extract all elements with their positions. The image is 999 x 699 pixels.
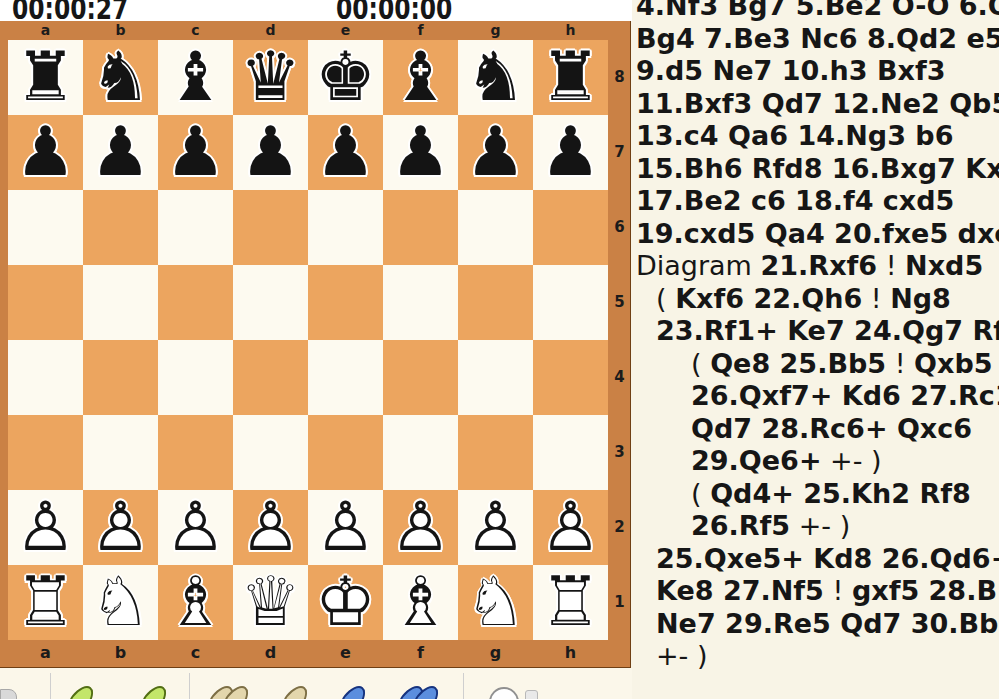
square-h4[interactable] <box>533 340 608 415</box>
rank-labels-right: 87654321 <box>608 40 631 640</box>
white-piece-fill: ♝ <box>383 565 458 640</box>
toolbar <box>0 668 632 699</box>
rank-label-5: 5 <box>608 265 631 340</box>
move-text: 17.Be2 c6 18.f4 cxd5 <box>636 185 954 216</box>
square-b8[interactable]: ♞ <box>83 40 158 115</box>
white-pawn: ♙ <box>233 490 308 565</box>
black-pawn: ♟ <box>308 115 383 190</box>
square-b1[interactable]: ♞♘ <box>83 565 158 640</box>
square-f3[interactable] <box>383 415 458 490</box>
green-back-arrow-button[interactable] <box>65 681 98 699</box>
white-piece-fill: ♟ <box>233 490 308 565</box>
file-label-b: b <box>83 640 158 667</box>
move-line[interactable]: Qd7 28.Rc6+ Qxc6 <box>636 413 999 446</box>
white-piece-fill: ♟ <box>158 490 233 565</box>
square-d3[interactable] <box>233 415 308 490</box>
white-piece-fill: ♞ <box>458 565 533 640</box>
tan-arrow-button[interactable] <box>279 681 312 699</box>
green-forward-arrow-button[interactable] <box>138 681 171 699</box>
black-rook: ♜ <box>533 40 608 115</box>
white-pawn: ♙ <box>8 490 83 565</box>
white-piece-fill: ♛ <box>233 565 308 640</box>
white-pawn: ♙ <box>83 490 158 565</box>
square-e4[interactable] <box>308 340 383 415</box>
file-label-f: f <box>383 640 458 667</box>
black-bishop: ♝ <box>383 40 458 115</box>
move-text: 13.c4 Qa6 14.Ng3 b6 <box>636 120 953 151</box>
square-b7[interactable]: ♟ <box>83 115 158 190</box>
file-label-a: a <box>8 21 83 40</box>
file-label-d: d <box>233 640 308 667</box>
move-line[interactable]: 25.Qxe5+ Kd8 26.Qd6+ <box>636 543 999 576</box>
notation-panel[interactable]: 4.Nf3 Bg7 5.Be2 O-O 6.O-OBg4 7.Be3 Nc6 8… <box>632 0 999 699</box>
move-text: Nxd5 <box>905 250 983 281</box>
move-text: 23.Rf1+ Ke7 24.Qg7 Rf8 <box>656 315 999 346</box>
move-line[interactable]: 15.Bh6 Rfd8 16.Bxg7 Kxg7 <box>636 153 999 186</box>
annotation-text: Diagram <box>636 250 761 281</box>
square-f7[interactable]: ♟ <box>383 115 458 190</box>
move-text: 15.Bh6 Rfd8 16.Bxg7 Kxg7 <box>636 153 999 184</box>
move-text: Qd4+ 25.Kh2 Rf8 <box>710 478 971 509</box>
square-a8[interactable]: ♜ <box>8 40 83 115</box>
square-h5[interactable] <box>533 265 608 340</box>
square-c5[interactable] <box>158 265 233 340</box>
white-piece-fill: ♟ <box>83 490 158 565</box>
white-piece-fill: ♝ <box>158 565 233 640</box>
black-pawn: ♟ <box>158 115 233 190</box>
square-d5[interactable] <box>233 265 308 340</box>
square-d2[interactable]: ♟♙ <box>233 490 308 565</box>
rank-label-4: 4 <box>608 340 631 415</box>
black-pawn: ♟ <box>83 115 158 190</box>
rank-label-8: 8 <box>608 40 631 115</box>
white-piece-fill: ♜ <box>8 565 83 640</box>
square-d6[interactable] <box>233 190 308 265</box>
annotation-text: ! <box>824 575 852 606</box>
white-piece-fill: ♜ <box>533 565 608 640</box>
square-b2[interactable]: ♟♙ <box>83 490 158 565</box>
annotation-text: +- ) <box>790 510 850 541</box>
move-text: 9.d5 Ne7 10.h3 Bxf3 <box>636 55 945 86</box>
black-knight: ♞ <box>83 40 158 115</box>
square-e7[interactable]: ♟ <box>308 115 383 190</box>
move-text: Kxf6 22.Qh6 <box>675 283 862 314</box>
move-text: 26.Rf5 <box>691 510 790 541</box>
square-b3[interactable] <box>83 415 158 490</box>
white-knight: ♘ <box>83 565 158 640</box>
move-text: Ne7 29.Re5 Qd7 30.Bb5 <box>656 608 999 639</box>
square-h1[interactable]: ♜♖ <box>533 565 608 640</box>
file-label-a: a <box>8 640 83 667</box>
move-line[interactable]: Diagram 21.Rxf6 ! Nxd5 <box>636 250 999 283</box>
chess-board: ♜♞♝♛♚♝♞♜♟♟♟♟♟♟♟♟♟♙♟♙♟♙♟♙♟♙♟♙♟♙♟♙♜♖♞♘♝♗♛♕… <box>8 40 608 640</box>
square-g7[interactable]: ♟ <box>458 115 533 190</box>
annotation-text: ( <box>656 283 675 314</box>
square-c2[interactable]: ♟♙ <box>158 490 233 565</box>
black-pawn: ♟ <box>383 115 458 190</box>
rank-label-6: 6 <box>608 190 631 265</box>
white-pawn: ♙ <box>458 490 533 565</box>
white-pawn: ♙ <box>383 490 458 565</box>
square-g4[interactable] <box>458 340 533 415</box>
move-line[interactable]: Ne7 29.Re5 Qd7 30.Bb5 <box>636 608 999 641</box>
square-f5[interactable] <box>383 265 458 340</box>
move-text: 19.cxd5 Qa4 20.fxe5 dxe5 <box>636 218 999 249</box>
move-line[interactable]: 9.d5 Ne7 10.h3 Bxf3 <box>636 55 999 88</box>
square-f1[interactable]: ♝♗ <box>383 565 458 640</box>
square-a6[interactable] <box>8 190 83 265</box>
square-a1[interactable]: ♜♖ <box>8 565 83 640</box>
annotation-text: ( <box>691 478 710 509</box>
white-bishop: ♗ <box>383 565 458 640</box>
square-c6[interactable] <box>158 190 233 265</box>
move-line[interactable]: ( Kxf6 22.Qh6 ! Ng8 <box>636 283 999 316</box>
square-e5[interactable] <box>308 265 383 340</box>
square-a7[interactable]: ♟ <box>8 115 83 190</box>
square-e1[interactable]: ♚♔ <box>308 565 383 640</box>
file-label-g: g <box>458 640 533 667</box>
square-h2[interactable]: ♟♙ <box>533 490 608 565</box>
white-bishop: ♗ <box>158 565 233 640</box>
file-label-g: g <box>458 21 533 40</box>
file-labels-bottom: abcdefgh <box>8 640 608 667</box>
square-h8[interactable]: ♜ <box>533 40 608 115</box>
move-line[interactable]: 11.Bxf3 Qd7 12.Ne2 Qb5 <box>636 88 999 121</box>
black-knight: ♞ <box>458 40 533 115</box>
square-e3[interactable] <box>308 415 383 490</box>
black-pawn: ♟ <box>8 115 83 190</box>
square-d1[interactable]: ♛♕ <box>233 565 308 640</box>
square-h6[interactable] <box>533 190 608 265</box>
black-queen: ♛ <box>233 40 308 115</box>
black-pawn: ♟ <box>233 115 308 190</box>
square-f8[interactable]: ♝ <box>383 40 458 115</box>
square-g1[interactable]: ♞♘ <box>458 565 533 640</box>
white-rook: ♖ <box>8 565 83 640</box>
move-line[interactable]: Ke8 27.Nf5 ! gxf5 28.B <box>636 575 999 608</box>
move-text: Bg4 7.Be3 Nc6 8.Qd2 e5 <box>636 23 999 54</box>
file-label-d: d <box>233 21 308 40</box>
move-text: Qe8 25.Bb5 <box>710 348 886 379</box>
file-label-c: c <box>158 21 233 40</box>
square-g3[interactable] <box>458 415 533 490</box>
move-line[interactable]: 17.Be2 c6 18.f4 cxd5 <box>636 185 999 218</box>
move-text: Qd7 28.Rc6+ Qxc6 <box>691 413 972 444</box>
square-d7[interactable]: ♟ <box>233 115 308 190</box>
toolbar-separator <box>50 673 51 699</box>
toolbar-separator <box>189 673 190 699</box>
file-label-h: h <box>533 21 608 40</box>
square-f6[interactable] <box>383 190 458 265</box>
white-piece-fill: ♟ <box>458 490 533 565</box>
move-line[interactable]: 29.Qe6+ +- ) <box>636 445 999 478</box>
move-line[interactable]: 19.cxd5 Qa4 20.fxe5 dxe5 <box>636 218 999 251</box>
file-labels-top: abcdefgh <box>8 21 608 40</box>
file-label-b: b <box>83 21 158 40</box>
file-label-f: f <box>383 21 458 40</box>
move-text: gxf5 28.B <box>852 575 997 606</box>
blue-arrow-button[interactable] <box>337 681 370 699</box>
black-pawn: ♟ <box>458 115 533 190</box>
move-text: 25.Qxe5+ Kd8 26.Qd6+ <box>656 543 999 574</box>
move-line[interactable]: 13.c4 Qa6 14.Ng3 b6 <box>636 120 999 153</box>
move-line[interactable]: +- ) <box>636 640 999 673</box>
square-f2[interactable]: ♟♙ <box>383 490 458 565</box>
file-label-e: e <box>308 21 383 40</box>
square-a3[interactable] <box>8 415 83 490</box>
move-line[interactable]: Bg4 7.Be3 Nc6 8.Qd2 e5 <box>636 23 999 56</box>
square-d4[interactable] <box>233 340 308 415</box>
chess-app-window: 00:00:27 00:00:00 abcdefgh ♜♞♝♛♚♝♞♜♟♟♟♟♟… <box>0 0 999 699</box>
white-piece-fill: ♞ <box>83 565 158 640</box>
annotation-text: +- ) <box>656 640 707 671</box>
square-g6[interactable] <box>458 190 533 265</box>
square-c7[interactable]: ♟ <box>158 115 233 190</box>
square-c8[interactable]: ♝ <box>158 40 233 115</box>
partial-button-shape <box>0 689 17 699</box>
white-piece-fill: ♟ <box>533 490 608 565</box>
square-a2[interactable]: ♟♙ <box>8 490 83 565</box>
square-b5[interactable] <box>83 265 158 340</box>
black-rook: ♜ <box>8 40 83 115</box>
square-h7[interactable]: ♟ <box>533 115 608 190</box>
square-c1[interactable]: ♝♗ <box>158 565 233 640</box>
move-line[interactable]: 4.Nf3 Bg7 5.Be2 O-O 6.O-O <box>636 0 999 23</box>
white-piece-fill: ♟ <box>308 490 383 565</box>
rank-label-7: 7 <box>608 115 631 190</box>
small-shape <box>525 690 538 699</box>
rank-label-3: 3 <box>608 415 631 490</box>
white-pawn: ♙ <box>308 490 383 565</box>
white-piece-fill: ♟ <box>383 490 458 565</box>
square-h3[interactable] <box>533 415 608 490</box>
white-piece-fill: ♟ <box>8 490 83 565</box>
square-b6[interactable] <box>83 190 158 265</box>
square-a4[interactable] <box>8 340 83 415</box>
file-label-e: e <box>308 640 383 667</box>
square-d8[interactable]: ♛ <box>233 40 308 115</box>
file-label-c: c <box>158 640 233 667</box>
square-e8[interactable]: ♚ <box>308 40 383 115</box>
move-text: 29.Qe6+ <box>691 445 822 476</box>
square-g5[interactable] <box>458 265 533 340</box>
white-pawn: ♙ <box>533 490 608 565</box>
annotation-text: ! <box>877 250 905 281</box>
rank-label-1: 1 <box>608 565 631 640</box>
annotation-text: ( <box>691 348 710 379</box>
square-c4[interactable] <box>158 340 233 415</box>
square-g8[interactable]: ♞ <box>458 40 533 115</box>
black-bishop: ♝ <box>158 40 233 115</box>
annotation-text: ! <box>862 283 890 314</box>
annotation-text: ! <box>886 348 914 379</box>
square-a5[interactable] <box>8 265 83 340</box>
black-king: ♚ <box>308 40 383 115</box>
white-rook: ♖ <box>533 565 608 640</box>
move-text: 26.Qxf7+ Kd6 27.Rc1 <box>691 380 999 411</box>
rank-label-2: 2 <box>608 490 631 565</box>
move-line[interactable]: ( Qd4+ 25.Kh2 Rf8 <box>636 478 999 511</box>
move-text: 21.Rxf6 <box>761 250 878 281</box>
white-pawn: ♙ <box>158 490 233 565</box>
clock-strip: 00:00:27 00:00:00 <box>0 0 632 21</box>
square-e2[interactable]: ♟♙ <box>308 490 383 565</box>
clock-icon[interactable] <box>489 687 519 699</box>
move-line[interactable]: 26.Rf5 +- ) <box>636 510 999 543</box>
toolbar-separator <box>463 673 464 699</box>
move-line[interactable]: ( Qe8 25.Bb5 ! Qxb5 <box>636 348 999 381</box>
square-c3[interactable] <box>158 415 233 490</box>
square-e6[interactable] <box>308 190 383 265</box>
move-text: 11.Bxf3 Qd7 12.Ne2 Qb5 <box>636 88 999 119</box>
move-list: 4.Nf3 Bg7 5.Be2 O-O 6.O-OBg4 7.Be3 Nc6 8… <box>632 0 999 673</box>
white-queen: ♕ <box>233 565 308 640</box>
square-f4[interactable] <box>383 340 458 415</box>
move-text: Ng8 <box>890 283 951 314</box>
move-text: Ke8 27.Nf5 <box>656 575 824 606</box>
move-line[interactable]: 26.Qxf7+ Kd6 27.Rc1 <box>636 380 999 413</box>
square-g2[interactable]: ♟♙ <box>458 490 533 565</box>
move-line[interactable]: 23.Rf1+ Ke7 24.Qg7 Rf8 <box>636 315 999 348</box>
move-text: Qxb5 <box>914 348 992 379</box>
square-b4[interactable] <box>83 340 158 415</box>
white-knight: ♘ <box>458 565 533 640</box>
black-pawn: ♟ <box>533 115 608 190</box>
file-label-h: h <box>533 640 608 667</box>
move-text: 4.Nf3 Bg7 5.Be2 O-O 6.O-O <box>636 0 999 21</box>
annotation-text: +- ) <box>822 445 882 476</box>
white-king: ♔ <box>308 565 383 640</box>
white-piece-fill: ♚ <box>308 565 383 640</box>
